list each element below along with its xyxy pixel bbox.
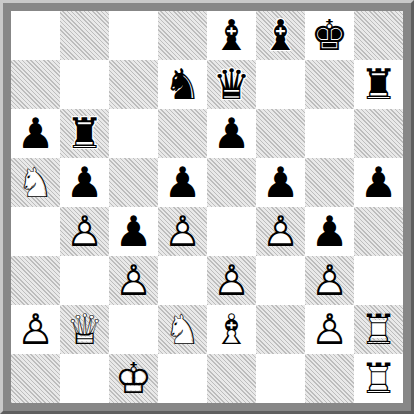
- white-piece-outline: ♙: [207, 256, 256, 305]
- piece-black-pawn[interactable]: ♟♟: [354, 158, 403, 207]
- square-b6[interactable]: ♜♜: [60, 109, 109, 158]
- square-c2[interactable]: [109, 305, 158, 354]
- square-f3[interactable]: [256, 256, 305, 305]
- black-piece-outline: ♝: [207, 11, 256, 60]
- white-piece-outline: ♙: [60, 207, 109, 256]
- square-d2[interactable]: ♞♘: [158, 305, 207, 354]
- piece-black-pawn[interactable]: ♟♟: [207, 109, 256, 158]
- square-f8[interactable]: ♝♝: [256, 11, 305, 60]
- square-f1[interactable]: [256, 354, 305, 403]
- black-piece-outline: ♛: [207, 60, 256, 109]
- square-a4[interactable]: [11, 207, 60, 256]
- black-piece-outline: ♟: [158, 158, 207, 207]
- piece-black-queen[interactable]: ♛♛: [207, 60, 256, 109]
- square-e3[interactable]: ♟♙: [207, 256, 256, 305]
- square-h4[interactable]: [354, 207, 403, 256]
- white-piece-outline: ♖: [354, 305, 403, 354]
- square-d8[interactable]: [158, 11, 207, 60]
- square-g7[interactable]: [305, 60, 354, 109]
- piece-white-pawn[interactable]: ♟♙: [109, 256, 158, 305]
- square-c8[interactable]: [109, 11, 158, 60]
- piece-black-rook[interactable]: ♜♜: [60, 109, 109, 158]
- piece-black-pawn[interactable]: ♟♟: [256, 158, 305, 207]
- square-c1[interactable]: ♚♔: [109, 354, 158, 403]
- piece-black-pawn[interactable]: ♟♟: [11, 109, 60, 158]
- square-f7[interactable]: [256, 60, 305, 109]
- square-h6[interactable]: [354, 109, 403, 158]
- square-c7[interactable]: [109, 60, 158, 109]
- piece-white-king[interactable]: ♚♔: [109, 354, 158, 403]
- piece-black-knight[interactable]: ♞♞: [158, 60, 207, 109]
- board-frame: ♝♝♝♝♚♚♞♞♛♛♜♜♟♟♜♜♟♟♞♘♟♟♟♟♟♟♟♟♟♙♟♟♟♙♟♙♟♟♟♙…: [0, 0, 414, 414]
- square-a8[interactable]: [11, 11, 60, 60]
- piece-black-king[interactable]: ♚♚: [305, 11, 354, 60]
- square-b3[interactable]: [60, 256, 109, 305]
- piece-white-bishop[interactable]: ♝♗: [207, 305, 256, 354]
- square-d6[interactable]: [158, 109, 207, 158]
- piece-white-pawn[interactable]: ♟♙: [305, 305, 354, 354]
- black-piece-outline: ♟: [207, 109, 256, 158]
- square-e6[interactable]: ♟♟: [207, 109, 256, 158]
- piece-black-pawn[interactable]: ♟♟: [109, 207, 158, 256]
- chess-board: ♝♝♝♝♚♚♞♞♛♛♜♜♟♟♜♜♟♟♞♘♟♟♟♟♟♟♟♟♟♙♟♟♟♙♟♙♟♟♟♙…: [11, 11, 403, 403]
- square-c3[interactable]: ♟♙: [109, 256, 158, 305]
- square-a3[interactable]: [11, 256, 60, 305]
- piece-white-knight[interactable]: ♞♘: [11, 158, 60, 207]
- black-piece-outline: ♟: [256, 158, 305, 207]
- square-f4[interactable]: ♟♙: [256, 207, 305, 256]
- square-a5[interactable]: ♞♘: [11, 158, 60, 207]
- white-piece-outline: ♖: [354, 354, 403, 403]
- piece-white-pawn[interactable]: ♟♙: [305, 256, 354, 305]
- white-piece-outline: ♔: [109, 354, 158, 403]
- square-a6[interactable]: ♟♟: [11, 109, 60, 158]
- black-piece-outline: ♟: [109, 207, 158, 256]
- white-piece-outline: ♘: [11, 158, 60, 207]
- square-g5[interactable]: [305, 158, 354, 207]
- square-e2[interactable]: ♝♗: [207, 305, 256, 354]
- black-piece-outline: ♝: [256, 11, 305, 60]
- black-piece-outline: ♟: [354, 158, 403, 207]
- square-g6[interactable]: [305, 109, 354, 158]
- piece-white-pawn[interactable]: ♟♙: [158, 207, 207, 256]
- square-f5[interactable]: ♟♟: [256, 158, 305, 207]
- square-f6[interactable]: [256, 109, 305, 158]
- square-h3[interactable]: [354, 256, 403, 305]
- square-e4[interactable]: [207, 207, 256, 256]
- square-d3[interactable]: [158, 256, 207, 305]
- square-a7[interactable]: [11, 60, 60, 109]
- square-g8[interactable]: ♚♚: [305, 11, 354, 60]
- square-h5[interactable]: ♟♟: [354, 158, 403, 207]
- piece-white-pawn[interactable]: ♟♙: [60, 207, 109, 256]
- piece-white-pawn[interactable]: ♟♙: [11, 305, 60, 354]
- square-e7[interactable]: ♛♛: [207, 60, 256, 109]
- black-piece-outline: ♜: [354, 60, 403, 109]
- piece-white-pawn[interactable]: ♟♙: [207, 256, 256, 305]
- piece-white-queen[interactable]: ♛♕: [60, 305, 109, 354]
- white-piece-outline: ♙: [11, 305, 60, 354]
- white-piece-outline: ♙: [256, 207, 305, 256]
- square-g1[interactable]: [305, 354, 354, 403]
- square-b4[interactable]: ♟♙: [60, 207, 109, 256]
- square-g2[interactable]: ♟♙: [305, 305, 354, 354]
- square-b7[interactable]: [60, 60, 109, 109]
- square-h2[interactable]: ♜♖: [354, 305, 403, 354]
- piece-black-pawn[interactable]: ♟♟: [305, 207, 354, 256]
- square-b2[interactable]: ♛♕: [60, 305, 109, 354]
- square-d1[interactable]: [158, 354, 207, 403]
- black-piece-outline: ♜: [60, 109, 109, 158]
- square-g3[interactable]: ♟♙: [305, 256, 354, 305]
- black-piece-outline: ♟: [11, 109, 60, 158]
- square-e8[interactable]: ♝♝: [207, 11, 256, 60]
- square-f2[interactable]: [256, 305, 305, 354]
- square-c5[interactable]: [109, 158, 158, 207]
- square-b8[interactable]: [60, 11, 109, 60]
- square-d4[interactable]: ♟♙: [158, 207, 207, 256]
- square-b5[interactable]: ♟♟: [60, 158, 109, 207]
- square-h1[interactable]: ♜♖: [354, 354, 403, 403]
- piece-white-rook[interactable]: ♜♖: [354, 354, 403, 403]
- piece-black-bishop[interactable]: ♝♝: [256, 11, 305, 60]
- piece-black-pawn[interactable]: ♟♟: [60, 158, 109, 207]
- square-h7[interactable]: ♜♜: [354, 60, 403, 109]
- square-a1[interactable]: [11, 354, 60, 403]
- square-b1[interactable]: [60, 354, 109, 403]
- black-piece-outline: ♟: [305, 207, 354, 256]
- white-piece-outline: ♙: [305, 256, 354, 305]
- white-piece-outline: ♘: [158, 305, 207, 354]
- piece-black-rook[interactable]: ♜♜: [354, 60, 403, 109]
- square-g4[interactable]: ♟♟: [305, 207, 354, 256]
- square-c6[interactable]: [109, 109, 158, 158]
- square-e1[interactable]: [207, 354, 256, 403]
- white-piece-outline: ♗: [207, 305, 256, 354]
- piece-black-pawn[interactable]: ♟♟: [158, 158, 207, 207]
- white-piece-outline: ♙: [305, 305, 354, 354]
- piece-white-rook[interactable]: ♜♖: [354, 305, 403, 354]
- square-c4[interactable]: ♟♟: [109, 207, 158, 256]
- piece-white-pawn[interactable]: ♟♙: [256, 207, 305, 256]
- square-d7[interactable]: ♞♞: [158, 60, 207, 109]
- square-a2[interactable]: ♟♙: [11, 305, 60, 354]
- square-h8[interactable]: [354, 11, 403, 60]
- black-piece-outline: ♚: [305, 11, 354, 60]
- black-piece-outline: ♟: [60, 158, 109, 207]
- white-piece-outline: ♙: [109, 256, 158, 305]
- white-piece-outline: ♕: [60, 305, 109, 354]
- piece-black-bishop[interactable]: ♝♝: [207, 11, 256, 60]
- square-e5[interactable]: [207, 158, 256, 207]
- piece-white-knight[interactable]: ♞♘: [158, 305, 207, 354]
- square-d5[interactable]: ♟♟: [158, 158, 207, 207]
- white-piece-outline: ♙: [158, 207, 207, 256]
- black-piece-outline: ♞: [158, 60, 207, 109]
